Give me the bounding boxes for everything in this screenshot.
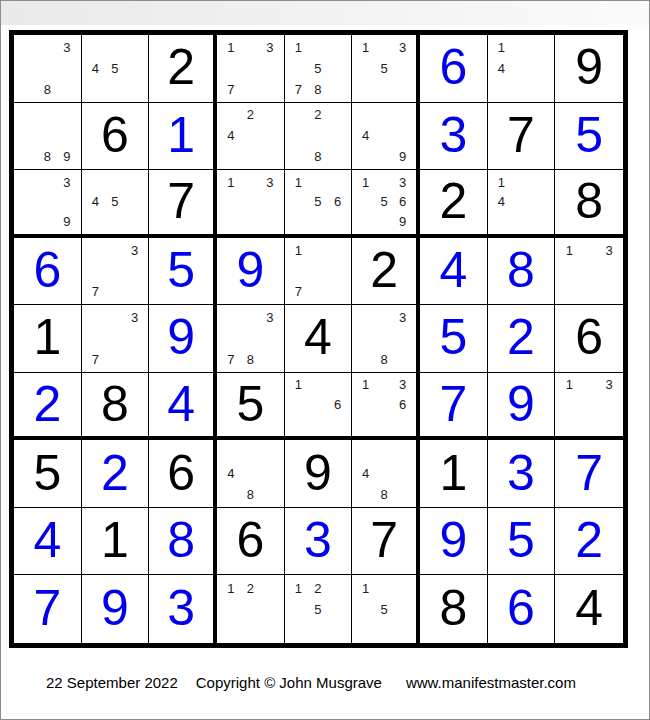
pencil-marks: 16 (285, 373, 352, 437)
cell-r4c6[interactable]: 2 (352, 238, 420, 306)
pencil-marks: 15 (352, 575, 416, 643)
candidate-digit: 8 (241, 484, 261, 505)
cell-r4c2[interactable]: 37 (82, 238, 150, 306)
candidate-digit: 1 (289, 37, 309, 58)
cell-r3c6[interactable]: 13569 (352, 170, 420, 238)
candidate-digit: 5 (105, 192, 125, 212)
candidate-digit: 2 (241, 105, 261, 126)
pencil-marks: 125 (285, 575, 352, 643)
given-digit: 7 (507, 110, 535, 162)
candidate-digit: 1 (356, 37, 375, 58)
pencil-marks: 156 (285, 170, 352, 234)
cell-r1c4[interactable]: 137 (217, 35, 285, 103)
cell-r7c2[interactable]: 2 (82, 440, 150, 508)
solved-digit: 9 (507, 379, 535, 431)
cell-r4c9[interactable]: 13 (555, 238, 623, 306)
cell-r7c7[interactable]: 1 (420, 440, 488, 508)
candidate-digit: 6 (393, 395, 412, 415)
solved-digit: 9 (439, 515, 467, 567)
sudoku-board: 3845213715781356149896124284937539457131… (9, 30, 628, 648)
candidate-digit: 7 (289, 281, 309, 302)
given-digit: 7 (370, 515, 398, 567)
candidate-digit: 1 (221, 577, 241, 598)
given-digit: 4 (575, 583, 603, 635)
cell-r7c6[interactable]: 48 (352, 440, 420, 508)
candidate-digit: 5 (308, 599, 328, 620)
cell-r4c5[interactable]: 17 (285, 238, 353, 306)
pencil-marks: 48 (217, 440, 284, 507)
cell-r7c5[interactable]: 9 (285, 440, 353, 508)
candidate-digit: 8 (38, 79, 58, 100)
candidate-digit: 8 (308, 79, 328, 100)
pencil-marks: 37 (82, 238, 149, 305)
cell-r3c3[interactable]: 7 (149, 170, 217, 238)
candidate-digit: 9 (393, 212, 412, 232)
candidate-digit: 3 (393, 375, 412, 395)
cell-r8c4[interactable]: 6 (217, 508, 285, 576)
pencil-marks: 38 (352, 305, 416, 372)
given-digit: 6 (575, 312, 603, 364)
solved-digit: 6 (507, 583, 535, 635)
cell-r6c6[interactable]: 136 (352, 373, 420, 441)
cell-r7c9[interactable]: 7 (555, 440, 623, 508)
cell-r9c8[interactable]: 6 (488, 575, 556, 643)
candidate-digit: 1 (289, 172, 309, 192)
candidate-digit: 6 (328, 192, 348, 212)
given-digit: 7 (167, 176, 195, 228)
pencil-marks: 24 (217, 103, 284, 170)
candidate-digit: 7 (86, 281, 106, 302)
cell-r2c7[interactable]: 3 (420, 103, 488, 171)
pencil-marks: 45 (82, 170, 149, 234)
solved-digit: 4 (439, 245, 467, 297)
candidate-digit: 7 (221, 349, 241, 370)
candidate-digit: 8 (38, 146, 58, 167)
candidate-digit: 3 (393, 37, 412, 58)
pencil-marks: 89 (14, 103, 81, 170)
solved-digit: 5 (167, 245, 195, 297)
candidate-digit: 5 (308, 192, 328, 212)
given-digit: 2 (167, 42, 195, 94)
solved-digit: 5 (507, 515, 535, 567)
pencil-marks: 14 (488, 35, 555, 102)
solved-digit: 6 (33, 245, 61, 297)
candidate-digit: 5 (375, 599, 394, 620)
cell-r5c1[interactable]: 1 (14, 305, 82, 373)
candidate-digit: 1 (356, 172, 375, 192)
solved-digit: 3 (439, 110, 467, 162)
pencil-marks: 13 (555, 238, 623, 305)
candidate-digit: 8 (308, 146, 328, 167)
cell-r8c7[interactable]: 9 (420, 508, 488, 576)
cell-r1c3[interactable]: 2 (149, 35, 217, 103)
solved-digit: 7 (33, 583, 61, 635)
solved-digit: 8 (507, 245, 535, 297)
cell-r1c8[interactable]: 14 (488, 35, 556, 103)
candidate-digit: 7 (221, 79, 241, 100)
candidate-digit: 8 (241, 349, 261, 370)
cell-r2c6[interactable]: 49 (352, 103, 420, 171)
candidate-digit: 7 (289, 79, 309, 100)
given-digit: 6 (236, 515, 264, 567)
cell-r6c4[interactable]: 5 (217, 373, 285, 441)
candidate-digit: 4 (492, 192, 512, 212)
cell-r4c1[interactable]: 6 (14, 238, 82, 306)
solved-digit: 3 (304, 515, 332, 567)
cell-r3c2[interactable]: 45 (82, 170, 150, 238)
candidate-digit: 4 (492, 58, 512, 79)
cell-r2c2[interactable]: 6 (82, 103, 150, 171)
cell-r4c8[interactable]: 8 (488, 238, 556, 306)
cell-r5c3[interactable]: 9 (149, 305, 217, 373)
pencil-marks: 37 (82, 305, 149, 372)
window-top-bar (1, 1, 649, 25)
cell-r1c6[interactable]: 135 (352, 35, 420, 103)
cell-r5c8[interactable]: 2 (488, 305, 556, 373)
cell-r2c5[interactable]: 28 (285, 103, 353, 171)
pencil-marks: 49 (352, 103, 416, 170)
given-digit: 2 (370, 245, 398, 297)
candidate-digit: 9 (393, 146, 412, 167)
candidate-digit: 1 (492, 172, 512, 192)
solved-digit: 5 (575, 110, 603, 162)
candidate-digit: 1 (492, 37, 512, 58)
candidate-digit: 3 (260, 172, 280, 192)
candidate-digit: 4 (356, 463, 375, 484)
given-digit: 1 (33, 312, 61, 364)
cell-r3c5[interactable]: 156 (285, 170, 353, 238)
cell-r8c6[interactable]: 7 (352, 508, 420, 576)
candidate-digit: 3 (260, 37, 280, 58)
candidate-digit: 1 (221, 172, 241, 192)
given-digit: 9 (304, 448, 332, 500)
pencil-marks: 13569 (352, 170, 416, 234)
footer-date: 22 September 2022 (46, 674, 178, 691)
pencil-marks: 17 (285, 238, 352, 305)
candidate-digit: 1 (289, 577, 309, 598)
candidate-digit: 3 (125, 307, 145, 328)
cell-r6c3[interactable]: 4 (149, 373, 217, 441)
cell-r3c9[interactable]: 8 (555, 170, 623, 238)
cell-r7c4[interactable]: 48 (217, 440, 285, 508)
candidate-digit: 3 (599, 240, 619, 261)
pencil-marks: 1578 (285, 35, 352, 102)
candidate-digit: 3 (393, 307, 412, 328)
solved-digit: 9 (167, 312, 195, 364)
cell-r2c9[interactable]: 5 (555, 103, 623, 171)
candidate-digit: 4 (221, 125, 241, 146)
candidate-digit: 4 (86, 58, 106, 79)
cell-r5c4[interactable]: 378 (217, 305, 285, 373)
cell-r5c6[interactable]: 38 (352, 305, 420, 373)
cell-r3c1[interactable]: 39 (14, 170, 82, 238)
pencil-marks: 38 (14, 35, 81, 102)
candidate-digit: 2 (308, 577, 328, 598)
cell-r2c3[interactable]: 1 (149, 103, 217, 171)
candidate-digit: 1 (289, 240, 309, 261)
cell-r6c2[interactable]: 8 (82, 373, 150, 441)
candidate-digit: 1 (221, 37, 241, 58)
candidate-digit: 4 (356, 125, 375, 146)
candidate-digit: 5 (375, 192, 394, 212)
cell-r3c7[interactable]: 2 (420, 170, 488, 238)
pencil-marks: 14 (488, 170, 555, 234)
cell-r9c4[interactable]: 12 (217, 575, 285, 643)
pencil-marks: 45 (82, 35, 149, 102)
solved-digit: 3 (507, 448, 535, 500)
cell-r4c7[interactable]: 4 (420, 238, 488, 306)
cell-r1c5[interactable]: 1578 (285, 35, 353, 103)
candidate-digit: 9 (57, 212, 77, 232)
cell-r9c7[interactable]: 8 (420, 575, 488, 643)
cell-r4c3[interactable]: 5 (149, 238, 217, 306)
candidate-digit: 3 (599, 375, 619, 395)
solved-digit: 2 (575, 515, 603, 567)
cell-r7c8[interactable]: 3 (488, 440, 556, 508)
cell-r5c9[interactable]: 6 (555, 305, 623, 373)
candidate-digit: 1 (356, 577, 375, 598)
cell-r1c7[interactable]: 6 (420, 35, 488, 103)
candidate-digit: 5 (375, 58, 394, 79)
cell-r3c8[interactable]: 14 (488, 170, 556, 238)
candidate-digit: 6 (393, 192, 412, 212)
solved-digit: 7 (439, 379, 467, 431)
solved-digit: 9 (236, 245, 264, 297)
cell-r6c7[interactable]: 7 (420, 373, 488, 441)
cell-r5c2[interactable]: 37 (82, 305, 150, 373)
cell-r7c3[interactable]: 6 (149, 440, 217, 508)
candidate-digit: 8 (375, 484, 394, 505)
solved-digit: 2 (507, 312, 535, 364)
solved-digit: 2 (101, 448, 129, 500)
cell-r5c5[interactable]: 4 (285, 305, 353, 373)
given-digit: 4 (304, 312, 332, 364)
cell-r8c5[interactable]: 3 (285, 508, 353, 576)
candidate-digit: 6 (328, 395, 348, 415)
cell-r1c9[interactable]: 9 (555, 35, 623, 103)
solved-digit: 3 (167, 583, 195, 635)
candidate-digit: 9 (57, 146, 77, 167)
solved-digit: 1 (167, 110, 195, 162)
candidate-digit: 3 (57, 172, 77, 192)
cell-r2c8[interactable]: 7 (488, 103, 556, 171)
sudoku-page: { "game": "sudoku", "board": { "rows": 9… (0, 0, 650, 720)
candidate-digit: 1 (559, 375, 579, 395)
given-digit: 1 (101, 515, 129, 567)
cell-r8c8[interactable]: 5 (488, 508, 556, 576)
candidate-digit: 2 (241, 577, 261, 598)
candidate-digit: 1 (559, 240, 579, 261)
cell-r6c1[interactable]: 2 (14, 373, 82, 441)
solved-digit: 7 (575, 448, 603, 500)
pencil-marks: 48 (352, 440, 416, 507)
pencil-marks: 137 (217, 35, 284, 102)
given-digit: 6 (101, 110, 129, 162)
cell-r8c9[interactable]: 2 (555, 508, 623, 576)
footer: 22 September 2022Copyright © John Musgra… (46, 674, 576, 691)
given-digit: 1 (439, 448, 467, 500)
cell-r6c8[interactable]: 9 (488, 373, 556, 441)
footer-copyright: Copyright © John Musgrave (196, 674, 382, 691)
cell-r9c3[interactable]: 3 (149, 575, 217, 643)
solved-digit: 6 (439, 42, 467, 94)
pencil-marks: 28 (285, 103, 352, 170)
candidate-digit: 5 (105, 58, 125, 79)
candidate-digit: 4 (86, 192, 106, 212)
solved-digit: 8 (167, 515, 195, 567)
candidate-digit: 3 (57, 37, 77, 58)
pencil-marks: 135 (352, 35, 416, 102)
cell-r5c7[interactable]: 5 (420, 305, 488, 373)
cell-r8c2[interactable]: 1 (82, 508, 150, 576)
candidate-digit: 1 (289, 375, 309, 395)
given-digit: 2 (439, 176, 467, 228)
footer-website: www.manifestmaster.com (406, 674, 576, 691)
solved-digit: 2 (33, 379, 61, 431)
solved-digit: 5 (439, 312, 467, 364)
cell-r8c3[interactable]: 8 (149, 508, 217, 576)
cell-r9c1[interactable]: 7 (14, 575, 82, 643)
cell-r1c2[interactable]: 45 (82, 35, 150, 103)
cell-r2c1[interactable]: 89 (14, 103, 82, 171)
given-digit: 9 (575, 42, 603, 94)
cell-r4c4[interactable]: 9 (217, 238, 285, 306)
solved-digit: 9 (101, 583, 129, 635)
candidate-digit: 5 (308, 58, 328, 79)
cell-r6c5[interactable]: 16 (285, 373, 353, 441)
given-digit: 6 (167, 448, 195, 500)
cell-r9c9[interactable]: 4 (555, 575, 623, 643)
pencil-marks: 378 (217, 305, 284, 372)
given-digit: 8 (439, 583, 467, 635)
candidate-digit: 7 (86, 349, 106, 370)
pencil-marks: 13 (217, 170, 284, 234)
cell-r2c4[interactable]: 24 (217, 103, 285, 171)
pencil-marks: 136 (352, 373, 416, 437)
candidate-digit: 3 (125, 240, 145, 261)
cell-r9c6[interactable]: 15 (352, 575, 420, 643)
candidate-digit: 1 (356, 375, 375, 395)
cell-r9c5[interactable]: 125 (285, 575, 353, 643)
given-digit: 5 (33, 448, 61, 500)
solved-digit: 4 (33, 515, 61, 567)
solved-digit: 4 (167, 379, 195, 431)
cell-r1c1[interactable]: 38 (14, 35, 82, 103)
candidate-digit: 3 (393, 172, 412, 192)
cell-r9c2[interactable]: 9 (82, 575, 150, 643)
cell-r8c1[interactable]: 4 (14, 508, 82, 576)
candidate-digit: 2 (308, 105, 328, 126)
given-digit: 8 (575, 176, 603, 228)
given-digit: 5 (236, 379, 264, 431)
cell-r7c1[interactable]: 5 (14, 440, 82, 508)
candidate-digit: 3 (260, 307, 280, 328)
pencil-marks: 39 (14, 170, 81, 234)
candidate-digit: 4 (221, 463, 241, 484)
cell-r3c4[interactable]: 13 (217, 170, 285, 238)
pencil-marks: 12 (217, 575, 284, 643)
candidate-digit: 8 (375, 349, 394, 370)
pencil-marks: 13 (555, 373, 623, 437)
given-digit: 8 (101, 379, 129, 431)
cell-r6c9[interactable]: 13 (555, 373, 623, 441)
